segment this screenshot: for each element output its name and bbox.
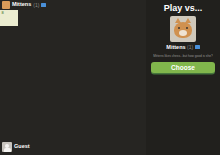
user-avatar-head [5,144,9,148]
bot-description: Mittens likes chess...but how good is sh… [153,54,213,58]
cat-muzzle-icon [179,30,187,36]
cat-eye-icon [178,27,180,29]
bot-name: Mittens [166,44,185,50]
cat-eye-icon [186,27,188,29]
chess-board[interactable]: 8 [0,10,146,139]
panel-title: Play vs... [164,3,203,13]
user-name: Guest [14,144,30,150]
game-area: Mittens (1) 8 Guest [0,0,146,155]
rank-label-8: 8 [2,11,4,15]
opponent-avatar[interactable] [2,1,10,9]
opponent-flag-icon [41,3,46,7]
bot-selection-panel: Play vs... Mittens (1) Mittens likes che… [146,0,220,155]
bot-rating: (1) [187,44,193,50]
opponent-player-bar: Mittens (1) [0,0,146,10]
square-a8[interactable]: 8 [0,10,18,26]
selected-bot-avatar [170,16,196,42]
user-player-bar: Guest [0,139,146,155]
bot-name-row: Mittens (1) [166,44,199,50]
bot-flag-icon [195,45,200,49]
choose-button[interactable]: Choose [151,62,215,73]
user-avatar-torso [4,148,11,152]
user-avatar[interactable] [2,142,12,152]
opponent-name: Mittens [12,2,31,8]
opponent-rating: (1) [33,3,39,8]
